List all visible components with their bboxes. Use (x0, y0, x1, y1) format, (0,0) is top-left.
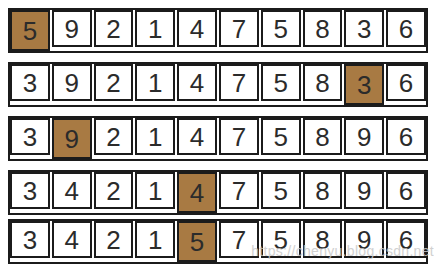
cell-r5c8: 8 (303, 221, 343, 258)
cell-r4c9: 9 (344, 172, 384, 209)
highlighted-cell-r5c5: 5 (177, 221, 217, 262)
cell-r5c10: 6 (386, 221, 426, 258)
cell-r3c5: 4 (177, 118, 217, 155)
cell-r4c10: 6 (386, 172, 426, 209)
cell-r2c5: 4 (177, 64, 217, 101)
cell-r4c6: 7 (219, 172, 259, 209)
cell-r1c9: 3 (344, 10, 384, 47)
cell-r5c6: 7 (219, 221, 259, 258)
cell-r3c10: 6 (386, 118, 426, 155)
cell-r4c8: 8 (303, 172, 343, 209)
cell-r1c8: 8 (303, 10, 343, 47)
highlighted-cell-r2c9: 3 (344, 64, 384, 105)
cell-r4c1: 3 (10, 172, 50, 209)
cell-r2c3: 2 (94, 64, 134, 101)
array-rows: 5921475836392147583639214758963421475896… (8, 8, 428, 264)
array-row-2: 3921475836 (8, 62, 428, 107)
cell-r1c4: 1 (135, 10, 175, 47)
array-row-3: 3921475896 (8, 116, 428, 161)
cell-r5c9: 9 (344, 221, 384, 258)
cell-r2c2: 9 (52, 64, 92, 101)
sorting-steps-diagram: 5921475836392147583639214758963421475896… (0, 0, 435, 271)
cell-r1c6: 7 (219, 10, 259, 47)
cell-r2c1: 3 (10, 64, 50, 101)
cell-r5c7: 5 (261, 221, 301, 258)
cell-r4c4: 1 (135, 172, 175, 209)
cell-r3c8: 8 (303, 118, 343, 155)
cell-r5c3: 2 (94, 221, 134, 258)
cell-r2c7: 5 (261, 64, 301, 101)
cell-r1c7: 5 (261, 10, 301, 47)
cell-r4c2: 4 (52, 172, 92, 209)
cell-r1c10: 6 (386, 10, 426, 47)
cell-r3c6: 7 (219, 118, 259, 155)
array-row-5: 3421575896 (8, 219, 428, 264)
array-row-4: 3421475896 (8, 170, 428, 215)
cell-r2c8: 8 (303, 64, 343, 101)
cell-r3c4: 1 (135, 118, 175, 155)
cell-r1c2: 9 (52, 10, 92, 47)
cell-r2c10: 6 (386, 64, 426, 101)
cell-r1c5: 4 (177, 10, 217, 47)
cell-r3c1: 3 (10, 118, 50, 155)
cell-r4c7: 5 (261, 172, 301, 209)
cell-r5c4: 1 (135, 221, 175, 258)
cell-r3c9: 9 (344, 118, 384, 155)
cell-r2c4: 1 (135, 64, 175, 101)
highlighted-cell-r4c5: 4 (177, 172, 217, 213)
cell-r5c1: 3 (10, 221, 50, 258)
cell-r3c7: 5 (261, 118, 301, 155)
highlighted-cell-r1c1: 5 (10, 10, 50, 51)
cell-r3c3: 2 (94, 118, 134, 155)
highlighted-cell-r3c2: 9 (52, 118, 92, 159)
cell-r4c3: 2 (94, 172, 134, 209)
cell-r2c6: 7 (219, 64, 259, 101)
cell-r1c3: 2 (94, 10, 134, 47)
array-row-1: 5921475836 (8, 8, 428, 53)
cell-r5c2: 4 (52, 221, 92, 258)
